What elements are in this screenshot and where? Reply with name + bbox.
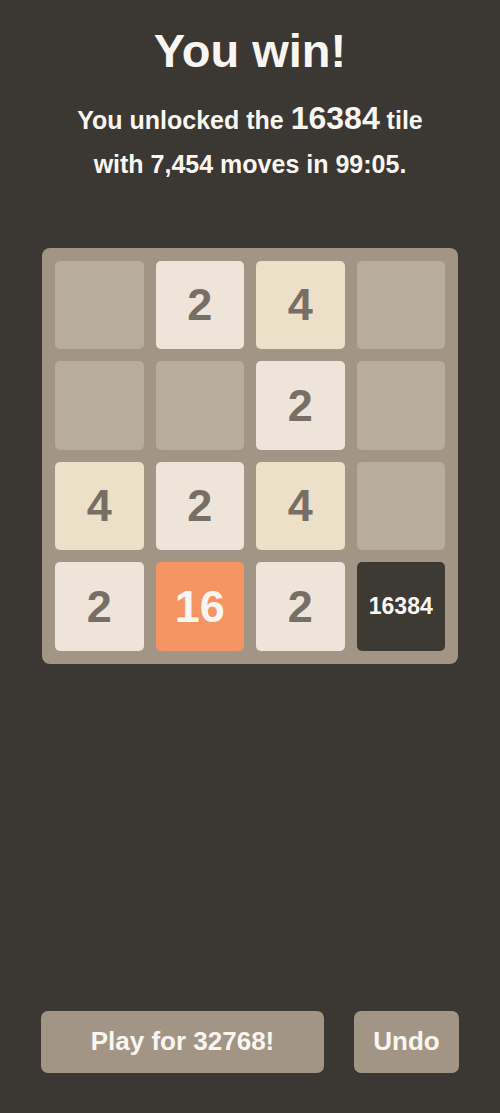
- empty-cell-r2c2: [156, 361, 245, 450]
- tile-4-r3c1: 4: [55, 462, 144, 551]
- elapsed-time: 99:05: [335, 150, 399, 178]
- tile-2-r3c2: 2: [156, 462, 245, 551]
- win-message-part1: You unlocked the: [77, 106, 290, 134]
- win-message-part4: .: [399, 150, 406, 178]
- empty-cell-r3c4: [357, 462, 446, 551]
- play-for-next-tile-button[interactable]: Play for 32768!: [41, 1011, 324, 1073]
- win-screen: You win! You unlocked the 16384 tile wit…: [0, 22, 500, 1073]
- empty-cell-r1c1: [55, 261, 144, 350]
- tile-4-r1c3: 4: [256, 261, 345, 350]
- tile-2-r1c2: 2: [156, 261, 245, 350]
- empty-cell-r2c4: [357, 361, 446, 450]
- win-title: You win!: [0, 22, 500, 81]
- tile-2-r2c3: 2: [256, 361, 345, 450]
- tile-16384-r4c4: 16384: [357, 562, 446, 651]
- unlocked-tile-value: 16384: [291, 100, 380, 136]
- moves-count: 7,454: [151, 150, 214, 178]
- footer-buttons: Play for 32768! Undo: [41, 1011, 459, 1073]
- tile-2-r4c1: 2: [55, 562, 144, 651]
- undo-button[interactable]: Undo: [354, 1011, 459, 1073]
- board[interactable]: 242424216216384: [42, 248, 458, 664]
- tile-16-r4c2: 16: [156, 562, 245, 651]
- win-message: You unlocked the 16384 tile with 7,454 m…: [60, 93, 440, 184]
- empty-cell-r2c1: [55, 361, 144, 450]
- empty-cell-r1c4: [357, 261, 446, 350]
- tile-2-r4c3: 2: [256, 562, 345, 651]
- tile-4-r3c3: 4: [256, 462, 345, 551]
- win-message-part3: moves in: [213, 150, 335, 178]
